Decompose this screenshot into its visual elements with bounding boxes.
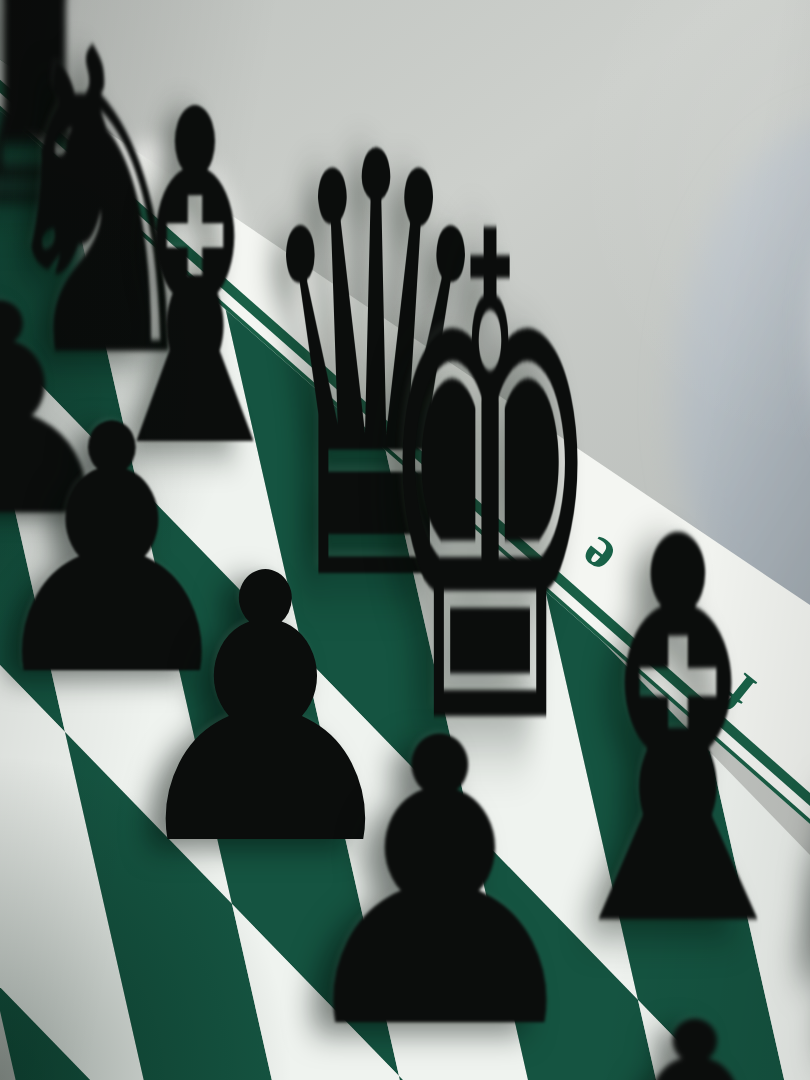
photo-stage: e f ♜ ♞ ♝ ♟ ♛ ♟ ♚ ♟ ♝ ♟ ♞ ♟ [0, 0, 810, 1080]
board-margin-and-table-overlay: e f [0, 0, 810, 1080]
